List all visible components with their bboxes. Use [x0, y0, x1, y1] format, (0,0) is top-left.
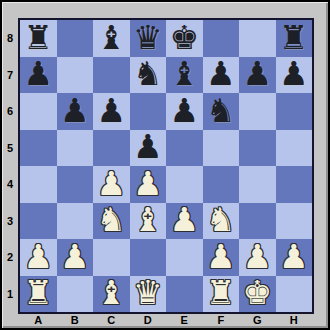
black-pawn-c6[interactable]: ♟ [96, 94, 126, 127]
square-f3[interactable]: ♞ [203, 203, 240, 240]
black-knight-f6[interactable]: ♞ [206, 94, 236, 127]
square-c1[interactable]: ♝ [93, 276, 130, 313]
black-knight-d7[interactable]: ♞ [133, 57, 163, 90]
square-c7[interactable] [93, 57, 130, 94]
file-label-b: B [57, 314, 94, 327]
white-pawn-a2[interactable]: ♟ [23, 240, 53, 273]
white-pawn-h2[interactable]: ♟ [279, 240, 309, 273]
square-d6[interactable] [130, 93, 167, 130]
square-b5[interactable] [57, 130, 94, 167]
white-bishop-c1[interactable]: ♝ [96, 276, 126, 309]
black-pawn-h7[interactable]: ♟ [279, 57, 309, 90]
square-g8[interactable] [239, 20, 276, 57]
square-a8[interactable]: ♜ [20, 20, 57, 57]
square-e1[interactable] [166, 276, 203, 313]
rank-label-2: 2 [2, 239, 18, 276]
square-g3[interactable] [239, 203, 276, 240]
rank-label-8: 8 [2, 20, 18, 57]
square-f8[interactable] [203, 20, 240, 57]
square-a6[interactable] [20, 93, 57, 130]
rank-label-5: 5 [2, 130, 18, 167]
square-b4[interactable] [57, 166, 94, 203]
square-d7[interactable]: ♞ [130, 57, 167, 94]
black-pawn-a7[interactable]: ♟ [23, 57, 53, 90]
white-king-g1[interactable]: ♚ [242, 276, 272, 309]
square-h1[interactable] [276, 276, 313, 313]
square-f5[interactable] [203, 130, 240, 167]
black-pawn-e6[interactable]: ♟ [169, 94, 199, 127]
square-g5[interactable] [239, 130, 276, 167]
white-knight-c3[interactable]: ♞ [96, 203, 126, 236]
white-knight-f3[interactable]: ♞ [206, 203, 236, 236]
file-label-e: E [166, 314, 203, 327]
square-g7[interactable]: ♟ [239, 57, 276, 94]
square-b6[interactable]: ♟ [57, 93, 94, 130]
square-b2[interactable]: ♟ [57, 239, 94, 276]
black-bishop-c8[interactable]: ♝ [96, 21, 126, 54]
square-f4[interactable] [203, 166, 240, 203]
black-king-e8[interactable]: ♚ [169, 21, 199, 54]
black-pawn-f7[interactable]: ♟ [206, 57, 236, 90]
rank-label-4: 4 [2, 166, 18, 203]
square-h8[interactable]: ♜ [276, 20, 313, 57]
file-label-c: C [93, 314, 130, 327]
square-a1[interactable]: ♜ [20, 276, 57, 313]
black-bishop-e7[interactable]: ♝ [169, 57, 199, 90]
square-e8[interactable]: ♚ [166, 20, 203, 57]
square-h7[interactable]: ♟ [276, 57, 313, 94]
file-labels: ABCDEFGH [20, 314, 312, 327]
white-rook-f1[interactable]: ♜ [206, 276, 236, 309]
black-pawn-d5[interactable]: ♟ [133, 130, 163, 163]
file-label-d: D [130, 314, 167, 327]
white-rook-a1[interactable]: ♜ [23, 276, 53, 309]
square-b8[interactable] [57, 20, 94, 57]
black-rook-h8[interactable]: ♜ [279, 21, 309, 54]
square-g2[interactable]: ♟ [239, 239, 276, 276]
square-g4[interactable] [239, 166, 276, 203]
square-c2[interactable] [93, 239, 130, 276]
square-e3[interactable]: ♟ [166, 203, 203, 240]
rank-label-3: 3 [2, 203, 18, 240]
square-e5[interactable] [166, 130, 203, 167]
square-h3[interactable] [276, 203, 313, 240]
white-bishop-d3[interactable]: ♝ [133, 203, 163, 236]
square-b1[interactable] [57, 276, 94, 313]
square-a4[interactable] [20, 166, 57, 203]
black-pawn-b6[interactable]: ♟ [60, 94, 90, 127]
white-pawn-c4[interactable]: ♟ [96, 167, 126, 200]
square-d3[interactable]: ♝ [130, 203, 167, 240]
black-queen-d8[interactable]: ♛ [133, 21, 163, 54]
rank-labels: 87654321 [2, 20, 18, 312]
white-pawn-b2[interactable]: ♟ [60, 240, 90, 273]
square-e6[interactable]: ♟ [166, 93, 203, 130]
square-g6[interactable] [239, 93, 276, 130]
board: ♜♝♛♚♜♟♞♝♟♟♟♟♟♟♞♟♟♟♞♝♟♞♟♟♟♟♟♜♝♛♜♚ [18, 18, 314, 314]
white-pawn-g2[interactable]: ♟ [242, 240, 272, 273]
square-e7[interactable]: ♝ [166, 57, 203, 94]
white-queen-d1[interactable]: ♛ [133, 276, 163, 309]
square-h4[interactable] [276, 166, 313, 203]
square-b3[interactable] [57, 203, 94, 240]
square-c3[interactable]: ♞ [93, 203, 130, 240]
square-c4[interactable]: ♟ [93, 166, 130, 203]
square-h6[interactable] [276, 93, 313, 130]
square-f6[interactable]: ♞ [203, 93, 240, 130]
rank-label-7: 7 [2, 57, 18, 94]
white-pawn-d4[interactable]: ♟ [133, 167, 163, 200]
square-a2[interactable]: ♟ [20, 239, 57, 276]
square-c6[interactable]: ♟ [93, 93, 130, 130]
rank-label-1: 1 [2, 276, 18, 313]
square-h5[interactable] [276, 130, 313, 167]
black-rook-a8[interactable]: ♜ [23, 21, 53, 54]
square-e4[interactable] [166, 166, 203, 203]
square-f1[interactable]: ♜ [203, 276, 240, 313]
square-d4[interactable]: ♟ [130, 166, 167, 203]
white-pawn-e3[interactable]: ♟ [169, 203, 199, 236]
board-frame: 87654321 ♜♝♛♚♜♟♞♝♟♟♟♟♟♟♞♟♟♟♞♝♟♞♟♟♟♟♟♜♝♛♜… [0, 0, 330, 330]
square-d1[interactable]: ♛ [130, 276, 167, 313]
square-e2[interactable] [166, 239, 203, 276]
square-a3[interactable] [20, 203, 57, 240]
file-label-f: F [203, 314, 240, 327]
square-f7[interactable]: ♟ [203, 57, 240, 94]
square-d8[interactable]: ♛ [130, 20, 167, 57]
square-a7[interactable]: ♟ [20, 57, 57, 94]
square-f2[interactable]: ♟ [203, 239, 240, 276]
square-h2[interactable]: ♟ [276, 239, 313, 276]
square-c5[interactable] [93, 130, 130, 167]
black-pawn-g7[interactable]: ♟ [242, 57, 272, 90]
square-a5[interactable] [20, 130, 57, 167]
square-d5[interactable]: ♟ [130, 130, 167, 167]
square-d2[interactable] [130, 239, 167, 276]
rank-label-6: 6 [2, 93, 18, 130]
file-label-g: G [239, 314, 276, 327]
white-pawn-f2[interactable]: ♟ [206, 240, 236, 273]
square-b7[interactable] [57, 57, 94, 94]
file-label-a: A [20, 314, 57, 327]
square-g1[interactable]: ♚ [239, 276, 276, 313]
square-c8[interactable]: ♝ [93, 20, 130, 57]
file-label-h: H [276, 314, 313, 327]
